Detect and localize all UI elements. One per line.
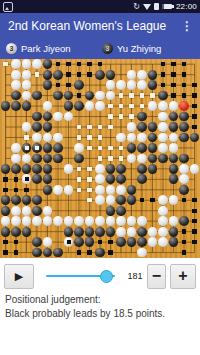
white-territory-marker [3,62,7,66]
black-stone[interactable] [1,164,11,174]
white-stone[interactable] [158,195,168,205]
sync-icon: ↻ [133,3,140,11]
white-stone[interactable] [158,101,168,111]
black-territory-marker [14,177,18,181]
black-stone[interactable] [1,227,11,237]
white-territory-marker [119,156,123,160]
next-move-button[interactable]: + [170,264,196,289]
white-territory-marker [77,167,81,171]
white-stone[interactable] [116,227,126,237]
black-territory-marker [66,72,70,76]
black-stone[interactable] [148,164,158,174]
black-stone[interactable] [32,195,42,205]
black-territory-marker [171,83,175,87]
black-stone[interactable] [179,154,189,164]
black-stone[interactable] [116,237,126,247]
dead-stone-marker [25,177,29,181]
black-stone[interactable] [74,237,84,247]
white-stone[interactable] [22,122,32,132]
black-territory-marker [192,229,196,233]
white-stone[interactable] [127,227,137,237]
page-title: 2nd Korean Women's League [8,19,166,33]
black-stone[interactable] [106,206,116,216]
black-territory-marker [87,250,91,254]
white-territory-marker [119,93,123,97]
white-stone[interactable] [116,133,126,143]
white-territory-marker [87,135,91,139]
black-territory-marker [182,72,186,76]
status-bar: ↻ 22:00 [0,0,200,13]
black-territory-marker [192,104,196,108]
white-stone[interactable] [11,80,21,90]
white-territory-marker [87,198,91,202]
black-stone[interactable] [169,164,179,174]
black-stone[interactable] [22,227,32,237]
white-territory-marker [119,104,123,108]
white-stone[interactable] [158,122,168,132]
black-territory-marker [66,62,70,66]
white-territory-marker [87,167,91,171]
black-stone[interactable] [32,154,42,164]
white-stone[interactable] [137,80,147,90]
black-stone[interactable] [53,70,63,80]
dead-stone-marker [25,146,29,150]
black-territory-marker [182,93,186,97]
black-stone[interactable] [11,164,21,174]
black-stone[interactable] [95,70,105,80]
black-territory-marker [3,177,7,181]
black-territory-marker [77,93,81,97]
black-territory-marker [182,240,186,244]
black-territory-marker [171,93,175,97]
white-stone[interactable] [64,185,74,195]
black-stone[interactable] [74,227,84,237]
black-territory-marker [161,72,165,76]
white-territory-marker [77,188,81,192]
black-stone[interactable] [11,195,21,205]
white-stone[interactable] [95,101,105,111]
black-stone[interactable] [169,122,179,132]
black-territory-marker [87,62,91,66]
black-territory-marker [192,114,196,118]
white-territory-marker [77,177,81,181]
white-territory-marker [108,156,112,160]
black-stone[interactable] [116,195,126,205]
black-stone[interactable] [11,101,21,111]
white-stone[interactable] [137,216,147,226]
player-bar: 3 Park Jiyeon 3 Yu Zhiying [0,38,200,59]
white-territory-marker [77,125,81,129]
black-territory-marker [140,198,144,202]
black-territory-marker [192,83,196,87]
black-stone[interactable] [74,154,84,164]
white-stone[interactable] [137,70,147,80]
black-stone[interactable] [148,143,158,153]
black-stone[interactable] [148,70,158,80]
black-stone[interactable] [74,80,84,90]
black-stone[interactable] [106,164,116,174]
white-territory-marker [108,104,112,108]
black-stone[interactable] [43,185,53,195]
white-territory-marker [108,125,112,129]
white-stone-badge: 3 [6,43,17,54]
white-territory-marker [119,146,123,150]
player-right-name: Yu Zhiying [117,43,161,54]
app-header: 2nd Korean Women's League ⋮ [0,13,200,38]
black-territory-marker [182,83,186,87]
positional-judgement: Positional judgement: Black probably lea… [5,293,197,321]
play-button[interactable]: ▶ [4,264,34,289]
black-territory-marker [192,198,196,202]
black-stone[interactable] [179,216,189,226]
white-territory-marker [98,125,102,129]
white-stone[interactable] [11,206,21,216]
black-territory-marker [98,240,102,244]
overflow-menu-icon[interactable]: ⋮ [181,20,193,32]
white-territory-marker [24,135,28,139]
black-stone[interactable] [106,227,116,237]
black-territory-marker [14,240,18,244]
white-territory-marker [87,188,91,192]
black-stone[interactable] [43,122,53,132]
black-stone[interactable] [64,227,74,237]
white-stone[interactable] [11,143,21,153]
last-move-stone[interactable] [179,101,189,111]
black-territory-marker [77,250,81,254]
white-stone[interactable] [64,164,74,174]
player-left: 3 Park Jiyeon [6,43,98,54]
white-stone[interactable] [53,133,63,143]
black-territory-marker [66,83,70,87]
white-stone[interactable] [148,227,158,237]
black-territory-marker [98,62,102,66]
white-stone[interactable] [127,70,137,80]
black-territory-marker [171,72,175,76]
go-board[interactable] [0,59,200,258]
black-stone[interactable] [137,122,147,132]
white-stone[interactable] [158,206,168,216]
black-stone[interactable] [106,70,116,80]
black-stone[interactable] [32,164,42,174]
white-territory-marker [150,93,154,97]
white-territory-marker [140,93,144,97]
white-territory-marker [119,114,123,118]
black-stone[interactable] [43,164,53,174]
white-stone[interactable] [74,216,84,226]
white-stone[interactable] [32,216,42,226]
black-stone[interactable] [74,101,84,111]
black-stone[interactable] [22,164,32,174]
black-territory-marker [14,250,18,254]
white-stone[interactable] [43,206,53,216]
black-stone[interactable] [148,122,158,132]
white-stone[interactable] [53,216,63,226]
black-stone[interactable] [32,122,42,132]
playback-controls: ▶ 181 − + [0,260,200,292]
black-territory-marker [182,198,186,202]
white-territory-marker [129,114,133,118]
white-stone[interactable] [158,237,168,247]
player-right: 3 Yu Zhiying [102,43,194,54]
black-stone[interactable] [169,227,179,237]
black-stone[interactable] [179,133,189,143]
white-stone[interactable] [95,195,105,205]
judgement-result: Black probably leads by 18.5 points. [5,307,197,321]
white-territory-marker [129,104,133,108]
white-stone[interactable] [53,185,63,195]
black-territory-marker [14,188,18,192]
black-territory-marker [182,250,186,254]
white-stone[interactable] [32,133,42,143]
white-territory-marker [87,177,91,181]
white-stone[interactable] [190,164,200,174]
black-stone[interactable] [32,237,42,247]
white-stone[interactable] [127,122,137,132]
black-stone[interactable] [127,143,137,153]
black-territory-marker [77,72,81,76]
white-stone[interactable] [95,164,105,174]
white-stone[interactable] [116,216,126,226]
dead-stone-marker [67,240,71,244]
battery-icon [162,4,172,9]
black-territory-marker [182,62,186,66]
black-stone[interactable] [158,154,168,164]
black-stone[interactable] [179,185,189,195]
slider-thumb[interactable] [100,270,113,283]
white-territory-marker [140,104,144,108]
white-territory-marker [98,156,102,160]
black-territory-marker [150,198,154,202]
black-territory-marker [3,188,7,192]
black-territory-marker [108,240,112,244]
previous-move-button[interactable]: − [147,264,166,289]
black-stone[interactable] [32,206,42,216]
black-stone[interactable] [116,206,126,216]
white-stone[interactable] [137,133,147,143]
black-territory-marker [24,188,28,192]
white-stone[interactable] [11,216,21,226]
white-stone[interactable] [74,143,84,153]
white-stone[interactable] [137,154,147,164]
black-territory-marker [192,209,196,213]
white-stone[interactable] [106,185,116,195]
black-stone[interactable] [43,143,53,153]
black-stone[interactable] [127,185,137,195]
white-stone[interactable] [158,216,168,226]
black-territory-marker [192,125,196,129]
white-territory-marker [108,146,112,150]
white-stone[interactable] [95,185,105,195]
black-territory-marker [192,240,196,244]
move-slider[interactable] [40,264,121,289]
white-stone[interactable] [22,70,32,80]
black-territory-marker [3,250,7,254]
white-stone[interactable] [169,143,179,153]
black-territory-marker [108,250,112,254]
black-stone[interactable] [179,122,189,132]
white-stone[interactable] [32,59,42,69]
white-territory-marker [108,114,112,118]
black-territory-marker [161,62,165,66]
white-stone[interactable] [158,227,168,237]
black-stone[interactable] [43,70,53,80]
white-territory-marker [98,135,102,139]
black-territory-marker [161,83,165,87]
white-stone[interactable] [158,133,168,143]
white-stone[interactable] [22,206,32,216]
black-stone[interactable] [137,227,147,237]
move-number: 181 [127,271,143,281]
black-stone-badge: 3 [102,43,113,54]
black-territory-marker [192,93,196,97]
dead-stone-marker [35,146,39,150]
black-territory-marker [87,72,91,76]
black-territory-marker [171,62,175,66]
black-territory-marker [56,62,60,66]
white-territory-marker [98,146,102,150]
black-stone[interactable] [1,206,11,216]
white-territory-marker [35,72,39,76]
black-stone[interactable] [11,227,21,237]
black-stone[interactable] [137,143,147,153]
file-icon [154,3,159,10]
black-stone[interactable] [53,143,63,153]
white-stone[interactable] [11,154,21,164]
white-stone[interactable] [116,185,126,195]
black-stone[interactable] [137,164,147,174]
black-territory-marker [77,62,81,66]
white-stone[interactable] [179,164,189,174]
white-territory-marker [87,146,91,150]
white-territory-marker [77,135,81,139]
white-stone[interactable] [158,143,168,153]
white-territory-marker [87,125,91,129]
white-stone[interactable] [11,70,21,80]
wifi-icon [143,4,151,10]
player-left-name: Park Jiyeon [21,43,71,54]
black-territory-marker [56,83,60,87]
white-stone[interactable] [116,80,126,90]
black-territory-marker [192,219,196,223]
screenshot-icon [3,2,13,12]
black-stone[interactable] [85,227,95,237]
judgement-label: Positional judgement: [5,293,197,307]
black-territory-marker [182,229,186,233]
black-stone[interactable] [53,154,63,164]
white-stone[interactable] [95,216,105,226]
white-territory-marker [129,93,133,97]
black-stone[interactable] [137,237,147,247]
white-stone[interactable] [11,59,21,69]
black-territory-marker [3,240,7,244]
black-stone[interactable] [95,227,105,237]
black-stone[interactable] [116,164,126,174]
status-time: 22:00 [176,2,197,11]
